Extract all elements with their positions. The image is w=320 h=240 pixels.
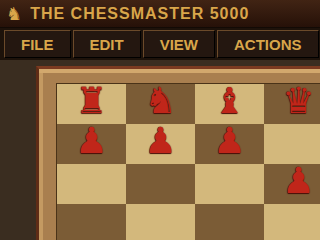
piece-black-pawn[interactable]: ♟ [213, 123, 245, 159]
piece-black-pawn[interactable]: ♟ [75, 123, 107, 159]
square-c8[interactable]: ♝ [195, 84, 264, 124]
menu-bar: File Edit View Actions Game Mentor Windo… [0, 28, 320, 60]
square-c5[interactable] [195, 204, 264, 240]
piece-black-pawn[interactable]: ♟ [144, 123, 176, 159]
square-b7[interactable]: ♟ [126, 124, 195, 164]
chess-board: ♜♞♝♛♚♝♞♜♟♟♟♟♟♟♟♞♟♟♟♟♟♟♟♜♞♝♛♚♝♜ [56, 83, 320, 240]
chessmaster-app: ♞ The Chessmaster 5000 – × File Edit Vie… [0, 0, 320, 240]
piece-black-pawn[interactable]: ♟ [282, 163, 314, 199]
square-c6[interactable] [195, 164, 264, 204]
square-b8[interactable]: ♞ [126, 84, 195, 124]
square-d5[interactable] [264, 204, 320, 240]
title-bar[interactable]: ♞ The Chessmaster 5000 – × [0, 0, 320, 28]
square-d7[interactable] [264, 124, 320, 164]
square-b5[interactable] [126, 204, 195, 240]
menu-file[interactable]: File [4, 30, 71, 58]
app-icon: ♞ [6, 3, 22, 25]
piece-black-rook[interactable]: ♜ [75, 83, 107, 119]
square-a5[interactable] [57, 204, 126, 240]
window-title: The Chessmaster 5000 [30, 5, 320, 23]
square-a8[interactable]: ♜ [57, 84, 126, 124]
piece-black-knight[interactable]: ♞ [144, 83, 176, 119]
chess-board-window: ♜♞♝♛♚♝♞♜♟♟♟♟♟♟♟♞♟♟♟♟♟♟♟♜♞♝♛♚♝♜ [36, 66, 320, 240]
square-b6[interactable] [126, 164, 195, 204]
square-a7[interactable]: ♟ [57, 124, 126, 164]
square-d6[interactable]: ♟ [264, 164, 320, 204]
piece-black-queen[interactable]: ♛ [282, 83, 314, 119]
menu-actions[interactable]: Actions [217, 30, 319, 58]
menu-view[interactable]: View [143, 30, 215, 58]
menu-edit[interactable]: Edit [73, 30, 141, 58]
square-a6[interactable] [57, 164, 126, 204]
square-c7[interactable]: ♟ [195, 124, 264, 164]
piece-black-bishop[interactable]: ♝ [213, 83, 245, 119]
square-d8[interactable]: ♛ [264, 84, 320, 124]
